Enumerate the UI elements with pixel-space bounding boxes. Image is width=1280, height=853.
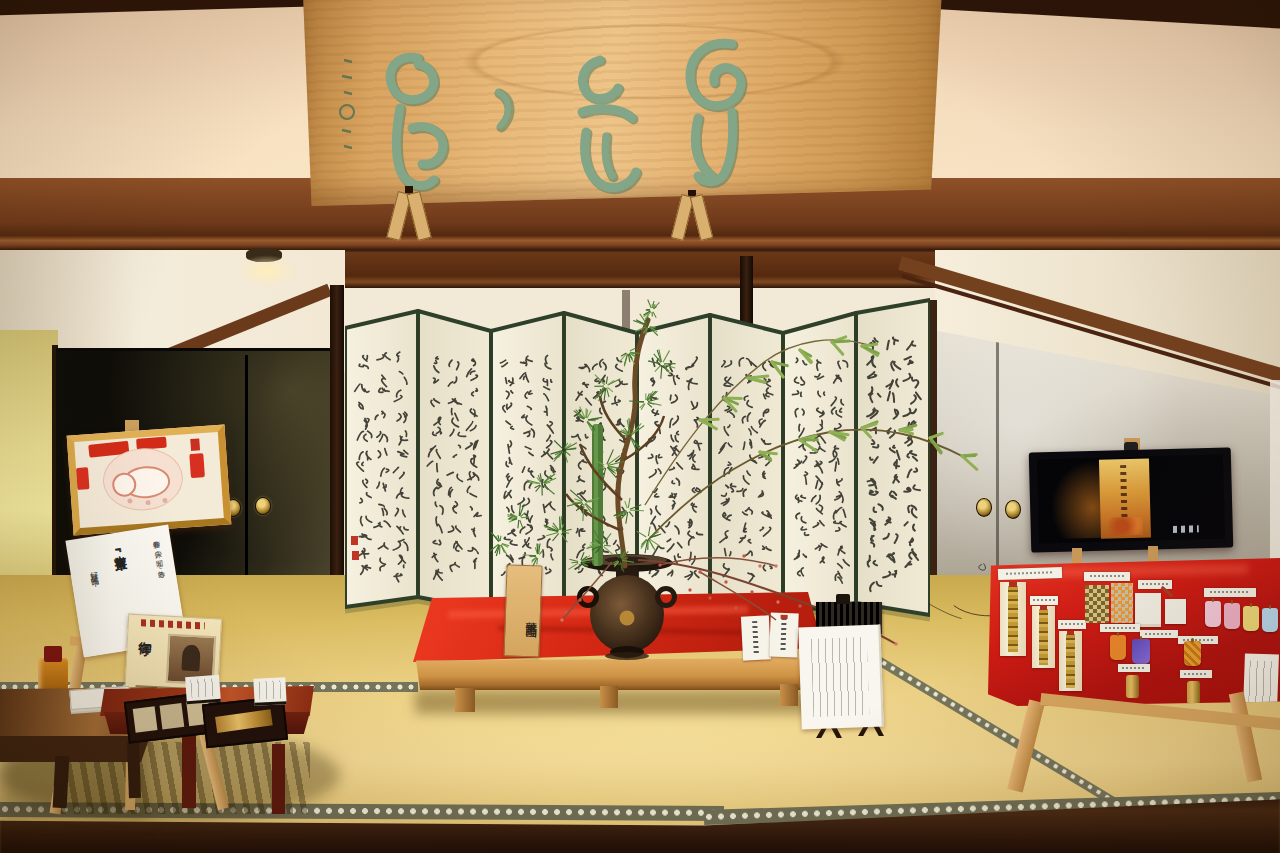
red-seal-icon [190,438,200,451]
poster-omamori-text: 御守 [133,631,154,692]
gold-brocade-strip [215,709,273,733]
plaque-stand [676,190,708,238]
item-label [1100,624,1140,632]
flower-dot [162,498,167,503]
omamori-amulet [1132,639,1150,664]
item-label [1204,588,1256,597]
item-label [1138,580,1172,589]
omamori-amulet [1224,603,1240,629]
medallion [101,446,185,513]
platform-shadow [415,690,825,714]
kamoi-ledge [315,252,945,292]
tv-glow [1051,462,1103,539]
temple-room-photo: 華道高野山 [0,0,1280,853]
photo-strip [133,706,158,733]
box-finial [836,594,850,604]
item-label [1118,664,1150,672]
photo-strip [160,703,185,730]
omamori-amulet [1110,635,1126,660]
item-label [1058,620,1086,629]
platform-leg [780,684,798,706]
brocade-pouch [1085,585,1109,623]
bottle-cap [44,646,62,662]
item-label [1140,630,1178,638]
lacquer-table-leg [182,732,196,808]
talisman [1059,631,1082,691]
poster-red-title-marks [141,619,205,629]
white-envelope [1165,599,1186,624]
omamori-amulet [1243,606,1259,631]
platform-leg [455,688,475,712]
tv-scroll-image [1099,459,1151,539]
platform-leg [600,686,618,708]
brocade-pouch [1111,583,1133,623]
standing-label-card [185,675,221,704]
plaque-stand [392,186,426,238]
scroll-calligraphy-marks [1120,465,1127,519]
red-side-patch [76,467,90,490]
talisman [1000,582,1026,656]
item-label [1180,670,1212,678]
item-label [1084,572,1130,581]
ikebana-school-tablet: 華道高野山 [503,564,542,657]
fusuma-pull-icon [255,497,271,515]
gold-cylinder-charm [1126,675,1139,698]
amulet-display-board [988,558,1280,706]
white-envelope [1135,593,1161,627]
gold-cylinder-charm [1187,681,1200,704]
plaque-green-calligraphy [300,0,944,206]
rustic-table-leg [127,742,141,798]
talisman [1032,606,1055,668]
item-label [998,567,1062,580]
flower-dot [127,498,132,503]
omamori-amulet [1262,608,1278,632]
omamori-amulet [1184,641,1201,666]
rustic-table-leg [53,756,70,809]
standing-label-card [253,677,286,706]
lacquer-table-leg [272,744,285,814]
explanation-card [798,625,884,730]
downlight-glow [236,255,298,287]
omamori-amulet [1205,601,1221,627]
sign-line-sale: 好評発売中 [86,564,109,645]
flower-dot [145,500,150,505]
red-side-patch [189,453,205,478]
post-left-of-screen [330,285,344,615]
monk-figure [181,644,200,671]
fusuma-gap [245,355,248,605]
gold-frame-boar-art [67,425,232,536]
item-label [1030,596,1058,605]
plaque-signature-marks [340,60,354,148]
